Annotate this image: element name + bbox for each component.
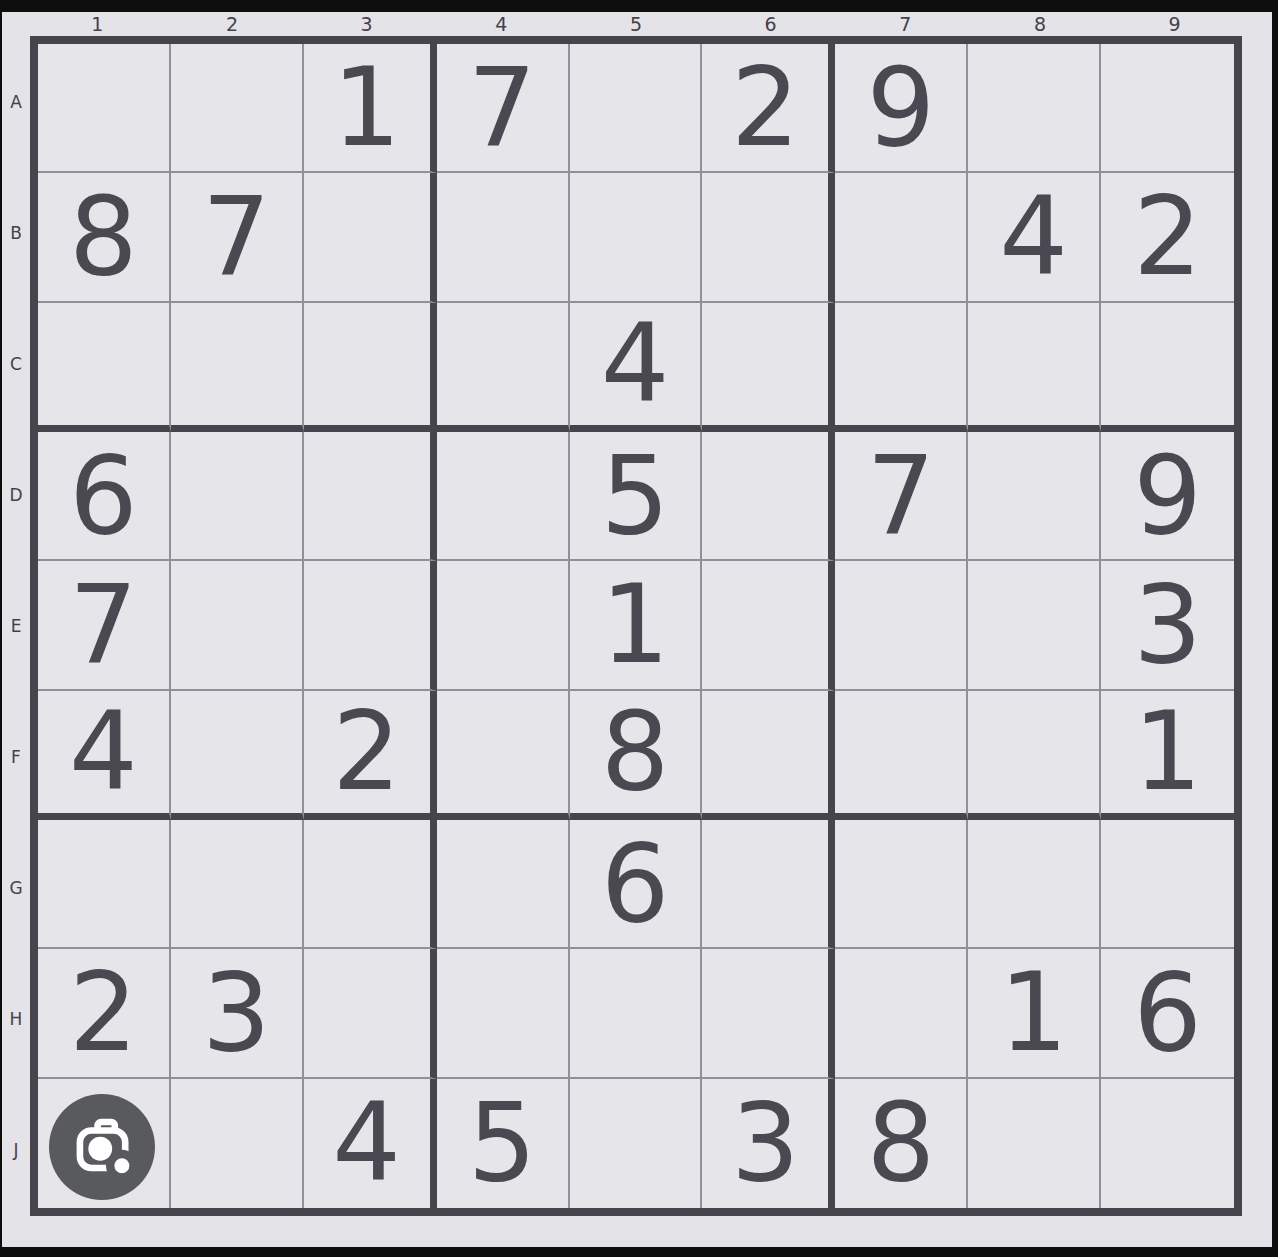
- cell-A5: [570, 44, 703, 173]
- cell-J4: 5: [437, 1079, 570, 1208]
- cell-E7: [835, 561, 968, 690]
- cell-C5: 4: [570, 303, 703, 432]
- cell-H7: [835, 949, 968, 1078]
- cell-F2: [171, 691, 304, 820]
- row-labels: ABCDEFGHJ: [2, 36, 30, 1216]
- cell-E9: 3: [1101, 561, 1234, 690]
- cell-H2: 3: [171, 949, 304, 1078]
- cell-A9: [1101, 44, 1234, 173]
- cell-A3: 1: [304, 44, 437, 173]
- cell-H1: 2: [38, 949, 171, 1078]
- cell-H6: [702, 949, 835, 1078]
- cell-E5: 1: [570, 561, 703, 690]
- col-label-2: 2: [165, 12, 300, 36]
- cell-A2: [171, 44, 304, 173]
- cell-C1: [38, 303, 171, 432]
- cell-B7: [835, 173, 968, 302]
- scanned-sudoku-photo: 123456789 ABCDEFGHJ 17298742465797134281…: [2, 12, 1272, 1247]
- cell-D5: 5: [570, 432, 703, 561]
- row-label-C: C: [2, 298, 30, 429]
- cell-D9: 9: [1101, 432, 1234, 561]
- cell-G3: [304, 820, 437, 949]
- row-label-F: F: [2, 692, 30, 823]
- column-labels: 123456789: [30, 12, 1242, 36]
- cell-D1: 6: [38, 432, 171, 561]
- cell-C7: [835, 303, 968, 432]
- row-label-H: H: [2, 954, 30, 1085]
- col-label-7: 7: [838, 12, 973, 36]
- col-label-8: 8: [973, 12, 1108, 36]
- cell-D3: [304, 432, 437, 561]
- cell-H3: [304, 949, 437, 1078]
- cell-F1: 4: [38, 691, 171, 820]
- cell-G4: [437, 820, 570, 949]
- row-label-G: G: [2, 823, 30, 954]
- cell-J5: [570, 1079, 703, 1208]
- camera-lens-button[interactable]: [49, 1094, 155, 1200]
- cell-B3: [304, 173, 437, 302]
- cell-E8: [968, 561, 1101, 690]
- cell-J9: [1101, 1079, 1234, 1208]
- row-label-B: B: [2, 167, 30, 298]
- cell-C9: [1101, 303, 1234, 432]
- cell-A1: [38, 44, 171, 173]
- camera-lens-icon: [49, 1094, 155, 1200]
- cell-H8: 1: [968, 949, 1101, 1078]
- row-label-D: D: [2, 429, 30, 560]
- cell-J7: 8: [835, 1079, 968, 1208]
- cell-G8: [968, 820, 1101, 949]
- row-label-J: J: [2, 1085, 30, 1216]
- cell-G2: [171, 820, 304, 949]
- cell-B8: 4: [968, 173, 1101, 302]
- col-label-1: 1: [30, 12, 165, 36]
- cell-G6: [702, 820, 835, 949]
- cell-F4: [437, 691, 570, 820]
- cell-A6: 2: [702, 44, 835, 173]
- cell-E1: 7: [38, 561, 171, 690]
- cell-A8: [968, 44, 1101, 173]
- col-label-4: 4: [434, 12, 569, 36]
- cell-D6: [702, 432, 835, 561]
- col-label-9: 9: [1107, 12, 1242, 36]
- row-label-A: A: [2, 36, 30, 167]
- cell-H5: [570, 949, 703, 1078]
- cell-B4: [437, 173, 570, 302]
- cell-B6: [702, 173, 835, 302]
- cell-F8: [968, 691, 1101, 820]
- cell-G7: [835, 820, 968, 949]
- sudoku-board: 17298742465797134281623164538: [30, 36, 1242, 1216]
- cell-F6: [702, 691, 835, 820]
- cell-J6: 3: [702, 1079, 835, 1208]
- cell-E2: [171, 561, 304, 690]
- cell-C8: [968, 303, 1101, 432]
- cell-E4: [437, 561, 570, 690]
- cell-C3: [304, 303, 437, 432]
- cell-C2: [171, 303, 304, 432]
- cell-G5: 6: [570, 820, 703, 949]
- cell-J2: [171, 1079, 304, 1208]
- cell-F9: 1: [1101, 691, 1234, 820]
- cell-D7: 7: [835, 432, 968, 561]
- cell-B5: [570, 173, 703, 302]
- cell-G9: [1101, 820, 1234, 949]
- cell-E3: [304, 561, 437, 690]
- cell-A4: 7: [437, 44, 570, 173]
- cell-D2: [171, 432, 304, 561]
- cell-B9: 2: [1101, 173, 1234, 302]
- cell-H9: 6: [1101, 949, 1234, 1078]
- cell-F3: 2: [304, 691, 437, 820]
- row-label-E: E: [2, 560, 30, 691]
- col-label-6: 6: [703, 12, 838, 36]
- cell-C6: [702, 303, 835, 432]
- col-label-3: 3: [299, 12, 434, 36]
- cell-F7: [835, 691, 968, 820]
- cell-C4: [437, 303, 570, 432]
- cell-B2: 7: [171, 173, 304, 302]
- col-label-5: 5: [569, 12, 704, 36]
- cell-D8: [968, 432, 1101, 561]
- cell-A7: 9: [835, 44, 968, 173]
- cell-H4: [437, 949, 570, 1078]
- cell-F5: 8: [570, 691, 703, 820]
- cell-J8: [968, 1079, 1101, 1208]
- cell-B1: 8: [38, 173, 171, 302]
- cell-E6: [702, 561, 835, 690]
- cell-J3: 4: [304, 1079, 437, 1208]
- cell-D4: [437, 432, 570, 561]
- cell-G1: [38, 820, 171, 949]
